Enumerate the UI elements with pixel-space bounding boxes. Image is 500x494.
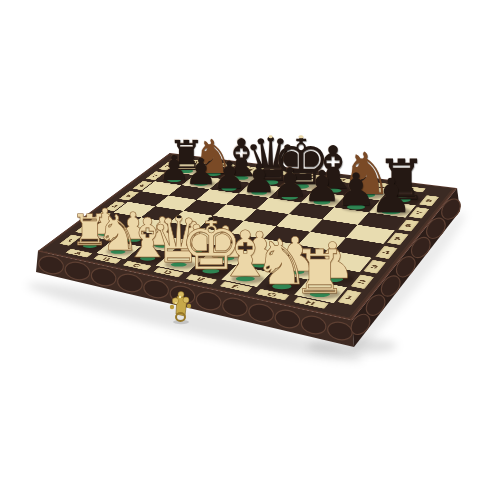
product-photo: ABCDEFGH8877665544332211ABCDEFGH ♜♞♝♟♛♟♚… [0,0,500,494]
